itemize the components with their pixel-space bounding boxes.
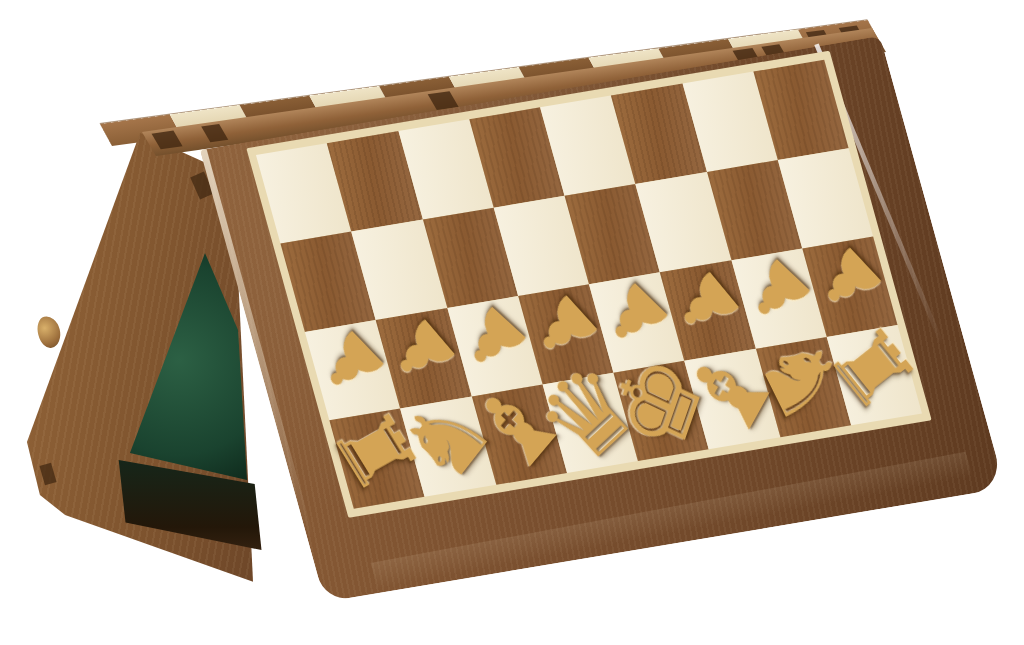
finger-joint bbox=[39, 463, 56, 486]
back-panel-bevel bbox=[0, 139, 45, 494]
finger-joint bbox=[201, 124, 228, 142]
latch-knob bbox=[34, 314, 63, 350]
chess-board: ♟♟♟♟♟♟♟♟♜♞♝♛♚♝♞♜ bbox=[256, 60, 922, 509]
finger-joint bbox=[152, 131, 183, 150]
chess-set-photo: ♟♟♟♟♟♟♟♟♜♞♝♛♚♝♞♜ bbox=[0, 0, 1024, 645]
